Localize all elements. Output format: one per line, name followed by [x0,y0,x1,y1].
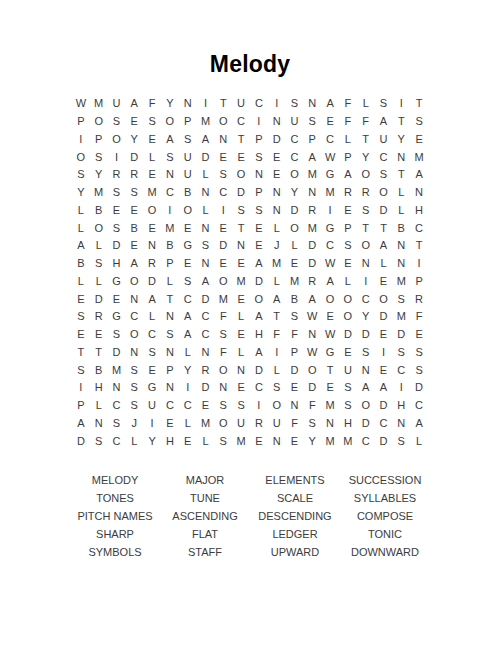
grid-cell-r7c12: N [268,202,286,220]
grid-cell-r19c3: S [108,415,126,433]
grid-cell-r9c9: D [214,237,232,255]
grid-cell-r9c7: G [179,237,197,255]
grid-cell-r14c16: D [339,326,357,344]
word-list-item: PITCH NAMES [70,507,160,525]
grid-cell-r4c2: S [90,148,108,166]
grid-cell-r19c2: N [90,415,108,433]
grid-cell-r7c17: S [357,202,375,220]
grid-cell-r6c1: Y [72,184,90,202]
grid-cell-r18c17: O [357,397,375,415]
grid-cell-r19c5: I [143,415,161,433]
grid-cell-r19c13: F [286,415,304,433]
grid-cell-r20c19: S [392,432,410,450]
word-list-item: SYMBOLS [70,543,160,561]
grid-cell-r11c10: M [232,273,250,291]
grid-cell-r15c13: P [286,344,304,362]
grid-cell-r9c13: L [286,237,304,255]
grid-cell-r18c7: C [179,397,197,415]
grid-cell-r1c7: N [179,95,197,113]
grid-cell-r17c20: D [410,379,428,397]
word-list-item: STAFF [160,543,250,561]
grid-cell-r16c9: O [214,361,232,379]
grid-cell-r15c1: T [72,344,90,362]
grid-cell-r11c3: G [108,273,126,291]
grid-cell-r16c6: P [161,361,179,379]
grid-cell-r3c7: S [179,131,197,149]
grid-cell-r10c19: N [392,255,410,273]
grid-cell-r11c5: D [143,273,161,291]
grid-cell-r12c17: C [357,290,375,308]
grid-cell-r8c7: E [179,219,197,237]
grid-cell-r19c1: A [72,415,90,433]
grid-cell-r11c15: A [321,273,339,291]
grid-cell-r6c11: P [250,184,268,202]
grid-cell-r9c1: A [72,237,90,255]
puzzle-title: Melody [0,51,500,78]
grid-cell-r7c1: L [72,202,90,220]
grid-cell-r16c18: E [375,361,393,379]
grid-cell-r14c13: F [286,326,304,344]
grid-cell-r13c6: N [161,308,179,326]
grid-cell-r12c13: B [286,290,304,308]
word-list-item: COMPOSE [340,507,430,525]
grid-cell-r12c16: O [339,290,357,308]
grid-cell-r20c4: L [125,432,143,450]
grid-cell-r1c8: I [197,95,215,113]
grid-cell-r4c14: A [303,148,321,166]
grid-cell-r17c3: N [108,379,126,397]
grid-cell-r6c15: M [321,184,339,202]
grid-cell-r3c12: D [268,131,286,149]
grid-cell-r15c8: N [197,344,215,362]
grid-cell-r5c11: N [250,166,268,184]
grid-cell-r8c14: M [303,219,321,237]
grid-cell-r5c1: S [72,166,90,184]
grid-cell-r19c11: R [250,415,268,433]
word-list-item: LEDGER [250,525,340,543]
grid-cell-r12c1: E [72,290,90,308]
grid-cell-r3c2: P [90,131,108,149]
grid-cell-r1c15: A [321,95,339,113]
grid-cell-r17c8: D [197,379,215,397]
grid-cell-r17c6: N [161,379,179,397]
grid-cell-r15c7: L [179,344,197,362]
grid-cell-r1c1: W [72,95,90,113]
grid-cell-r2c18: A [375,113,393,131]
grid-cell-r17c7: I [179,379,197,397]
grid-cell-r18c1: P [72,397,90,415]
grid-cell-r9c18: A [375,237,393,255]
grid-cell-r9c14: D [303,237,321,255]
grid-cell-r12c8: D [197,290,215,308]
grid-cell-r16c4: S [125,361,143,379]
grid-cell-r12c20: R [410,290,428,308]
grid-cell-r20c18: D [375,432,393,450]
grid-cell-r9c17: O [357,237,375,255]
grid-cell-r9c8: S [197,237,215,255]
grid-cell-r18c9: S [214,397,232,415]
word-list-item: UPWARD [250,543,340,561]
grid-cell-r14c3: S [108,326,126,344]
grid-cell-r13c18: D [375,308,393,326]
grid-cell-r7c8: L [197,202,215,220]
grid-cell-r12c10: E [232,290,250,308]
grid-cell-r20c3: C [108,432,126,450]
grid-cell-r8c4: B [125,219,143,237]
grid-cell-r9c2: L [90,237,108,255]
grid-cell-r13c5: L [143,308,161,326]
grid-cell-r18c6: C [161,397,179,415]
grid-cell-r7c3: E [108,202,126,220]
grid-cell-r20c14: Y [303,432,321,450]
grid-cell-r12c4: N [125,290,143,308]
grid-cell-r15c20: S [410,344,428,362]
grid-cell-r8c19: B [392,219,410,237]
grid-cell-r1c6: Y [161,95,179,113]
grid-cell-r1c18: S [375,95,393,113]
word-list-item: TONIC [340,525,430,543]
grid-cell-r13c13: S [286,308,304,326]
grid-cell-r14c15: W [321,326,339,344]
grid-cell-r18c8: E [197,397,215,415]
grid-cell-r17c2: H [90,379,108,397]
grid-cell-r4c9: E [214,148,232,166]
grid-cell-r11c2: L [90,273,108,291]
grid-cell-r18c16: S [339,397,357,415]
grid-cell-r4c10: E [232,148,250,166]
grid-cell-r13c10: L [232,308,250,326]
grid-cell-r14c1: E [72,326,90,344]
grid-cell-r2c7: P [179,113,197,131]
grid-cell-r4c19: N [392,148,410,166]
grid-cell-r13c14: W [303,308,321,326]
grid-cell-r10c2: S [90,255,108,273]
grid-cell-r3c13: C [286,131,304,149]
grid-cell-r7c9: I [214,202,232,220]
grid-cell-r7c10: S [232,202,250,220]
word-list-item: SUCCESSION [340,471,430,489]
grid-cell-r9c16: S [339,237,357,255]
grid-cell-r3c1: I [72,131,90,149]
grid-cell-r17c18: A [375,379,393,397]
grid-cell-r1c16: F [339,95,357,113]
grid-cell-r12c5: A [143,290,161,308]
grid-cell-r16c17: N [357,361,375,379]
grid-cell-r17c15: E [321,379,339,397]
grid-cell-r10c5: R [143,255,161,273]
grid-cell-r19c14: S [303,415,321,433]
grid-cell-r11c11: D [250,273,268,291]
grid-cell-r10c11: A [250,255,268,273]
grid-cell-r12c9: M [214,290,232,308]
grid-cell-r4c5: L [143,148,161,166]
grid-cell-r10c16: E [339,255,357,273]
grid-cell-r10c3: H [108,255,126,273]
grid-cell-r18c5: U [143,397,161,415]
grid-cell-r11c1: L [72,273,90,291]
grid-cell-r3c19: Y [392,131,410,149]
grid-cell-r6c13: Y [286,184,304,202]
grid-cell-r2c5: S [143,113,161,131]
grid-cell-r6c4: S [125,184,143,202]
grid-cell-r12c11: O [250,290,268,308]
grid-cell-r6c12: N [268,184,286,202]
grid-cell-r11c13: M [286,273,304,291]
grid-cell-r17c4: S [125,379,143,397]
grid-cell-r9c19: N [392,237,410,255]
grid-cell-r9c3: D [108,237,126,255]
grid-cell-r17c17: A [357,379,375,397]
word-list-item: SYLLABLES [340,489,430,507]
grid-cell-r1c17: L [357,95,375,113]
grid-cell-r4c18: C [375,148,393,166]
grid-cell-r13c12: T [268,308,286,326]
grid-cell-r10c4: A [125,255,143,273]
word-list-item: DESCENDING [250,507,340,525]
grid-cell-r7c2: B [90,202,108,220]
word-list-item: MELODY [70,471,160,489]
grid-cell-r17c14: D [303,379,321,397]
grid-cell-r17c9: N [214,379,232,397]
grid-cell-r17c19: I [392,379,410,397]
grid-cell-r5c9: S [214,166,232,184]
grid-cell-r6c6: C [161,184,179,202]
grid-cell-r2c9: O [214,113,232,131]
grid-cell-r16c3: M [108,361,126,379]
grid-cell-r2c10: C [232,113,250,131]
grid-cell-r7c6: I [161,202,179,220]
grid-cell-r6c16: R [339,184,357,202]
grid-cell-r10c18: L [375,255,393,273]
grid-cell-r8c16: P [339,219,357,237]
grid-cell-r15c4: N [125,344,143,362]
grid-cell-r9c20: T [410,237,428,255]
grid-cell-r13c1: S [72,308,90,326]
grid-cell-r2c8: M [197,113,215,131]
grid-cell-r13c17: Y [357,308,375,326]
grid-cell-r16c14: O [303,361,321,379]
grid-cell-r13c4: C [125,308,143,326]
grid-cell-r15c19: S [392,344,410,362]
grid-cell-r1c4: A [125,95,143,113]
grid-cell-r7c4: E [125,202,143,220]
grid-cell-r14c19: D [392,326,410,344]
word-list-item: ASCENDING [160,507,250,525]
grid-cell-r3c15: C [321,131,339,149]
grid-cell-r13c19: M [392,308,410,326]
grid-cell-r5c12: E [268,166,286,184]
grid-cell-r4c11: S [250,148,268,166]
grid-cell-r2c11: I [250,113,268,131]
grid-cell-r16c19: C [392,361,410,379]
grid-cell-r15c15: G [321,344,339,362]
grid-cell-r16c16: U [339,361,357,379]
grid-cell-r6c3: S [108,184,126,202]
word-list-item: SHARP [70,525,160,543]
grid-cell-r1c5: F [143,95,161,113]
grid-cell-r10c13: E [286,255,304,273]
grid-cell-r14c14: N [303,326,321,344]
grid-cell-r9c15: C [321,237,339,255]
grid-cell-r5c6: N [161,166,179,184]
grid-cell-r10c8: N [197,255,215,273]
grid-cell-r13c11: A [250,308,268,326]
grid-cell-r19c18: C [375,415,393,433]
grid-cell-r16c2: B [90,361,108,379]
grid-cell-r16c11: D [250,361,268,379]
grid-cell-r18c15: M [321,397,339,415]
grid-cell-r13c8: C [197,308,215,326]
word-list-item: DOWNWARD [340,543,430,561]
grid-cell-r16c20: S [410,361,428,379]
grid-cell-r13c7: A [179,308,197,326]
grid-cell-r6c8: N [197,184,215,202]
grid-cell-r19c7: L [179,415,197,433]
grid-cell-r13c3: G [108,308,126,326]
grid-cell-r17c10: E [232,379,250,397]
grid-cell-r3c9: N [214,131,232,149]
grid-cell-r14c8: C [197,326,215,344]
grid-cell-r10c10: E [232,255,250,273]
grid-cell-r19c17: D [357,415,375,433]
grid-cell-r18c14: F [303,397,321,415]
grid-cell-r5c7: U [179,166,197,184]
grid-cell-r14c10: E [232,326,250,344]
grid-cell-r14c6: S [161,326,179,344]
grid-cell-r3c5: E [143,131,161,149]
grid-cell-r8c6: M [161,219,179,237]
grid-cell-r20c20: L [410,432,428,450]
grid-cell-r7c14: R [303,202,321,220]
grid-cell-r6c10: D [232,184,250,202]
grid-cell-r19c12: U [268,415,286,433]
grid-cell-r5c2: Y [90,166,108,184]
grid-cell-r14c5: C [143,326,161,344]
grid-cell-r3c14: P [303,131,321,149]
grid-cell-r8c12: L [268,219,286,237]
grid-cell-r14c4: O [125,326,143,344]
grid-cell-r15c17: S [357,344,375,362]
grid-cell-r2c14: S [303,113,321,131]
grid-cell-r8c13: O [286,219,304,237]
grid-cell-r9c6: B [161,237,179,255]
grid-cell-r2c20: S [410,113,428,131]
grid-cell-r8c2: O [90,219,108,237]
grid-cell-r2c12: N [268,113,286,131]
grid-cell-r12c7: C [179,290,197,308]
grid-cell-r11c12: L [268,273,286,291]
grid-cell-r5c13: O [286,166,304,184]
grid-cell-r4c20: M [410,148,428,166]
grid-cell-r11c17: I [357,273,375,291]
grid-cell-r5c8: L [197,166,215,184]
grid-cell-r2c17: F [357,113,375,131]
grid-cell-r3c8: A [197,131,215,149]
grid-cell-r6c17: R [357,184,375,202]
grid-cell-r20c16: M [339,432,357,450]
grid-cell-r18c3: C [108,397,126,415]
grid-cell-r20c1: D [72,432,90,450]
grid-cell-r20c9: S [214,432,232,450]
grid-cell-r5c15: G [321,166,339,184]
grid-cell-r8c5: E [143,219,161,237]
grid-cell-r8c10: T [232,219,250,237]
grid-cell-r6c7: B [179,184,197,202]
grid-cell-r18c18: D [375,397,393,415]
grid-cell-r10c1: B [72,255,90,273]
grid-cell-r12c12: A [268,290,286,308]
grid-cell-r8c1: L [72,219,90,237]
grid-cell-r8c18: T [375,219,393,237]
word-search-grid: WMUAFYNITUCISNAFLSITPOSESOPMOCINUSEFFATS… [72,95,428,450]
grid-cell-r12c6: T [161,290,179,308]
grid-cell-r7c13: D [286,202,304,220]
grid-cell-r20c15: M [321,432,339,450]
grid-cell-r14c20: E [410,326,428,344]
grid-cell-r12c3: E [108,290,126,308]
grid-cell-r16c1: S [72,361,90,379]
grid-cell-r20c2: S [90,432,108,450]
grid-cell-r15c10: L [232,344,250,362]
grid-cell-r19c19: N [392,415,410,433]
grid-cell-r14c7: A [179,326,197,344]
grid-cell-r8c3: S [108,219,126,237]
grid-cell-r19c10: U [232,415,250,433]
grid-cell-r1c2: M [90,95,108,113]
grid-cell-r8c11: E [250,219,268,237]
grid-cell-r9c11: E [250,237,268,255]
grid-cell-r18c19: H [392,397,410,415]
grid-cell-r2c16: F [339,113,357,131]
grid-cell-r14c18: E [375,326,393,344]
grid-cell-r10c7: E [179,255,197,273]
grid-cell-r5c20: A [410,166,428,184]
grid-cell-r4c8: D [197,148,215,166]
grid-cell-r15c14: W [303,344,321,362]
grid-cell-r2c2: O [90,113,108,131]
grid-cell-r16c15: T [321,361,339,379]
grid-cell-r20c8: L [197,432,215,450]
grid-cell-r15c2: T [90,344,108,362]
grid-cell-r2c3: S [108,113,126,131]
grid-cell-r12c18: O [375,290,393,308]
grid-cell-r10c20: I [410,255,428,273]
grid-cell-r3c10: T [232,131,250,149]
grid-cell-r15c3: D [108,344,126,362]
word-list-item: SCALE [250,489,340,507]
grid-cell-r1c13: S [286,95,304,113]
grid-cell-r3c17: T [357,131,375,149]
grid-cell-r19c6: E [161,415,179,433]
grid-cell-r16c12: L [268,361,286,379]
grid-cell-r15c18: I [375,344,393,362]
grid-cell-r20c7: E [179,432,197,450]
grid-cell-r13c15: E [321,308,339,326]
grid-cell-r8c17: T [357,219,375,237]
grid-cell-r5c5: E [143,166,161,184]
grid-cell-r11c18: E [375,273,393,291]
grid-cell-r20c11: E [250,432,268,450]
grid-cell-r11c19: M [392,273,410,291]
grid-cell-r16c10: N [232,361,250,379]
grid-cell-r13c2: R [90,308,108,326]
grid-cell-r7c16: E [339,202,357,220]
grid-cell-r18c12: O [268,397,286,415]
grid-cell-r16c13: D [286,361,304,379]
grid-cell-r12c15: O [321,290,339,308]
word-search-page: { "game": "word-search", "title": "Melod… [0,0,500,647]
grid-cell-r20c6: H [161,432,179,450]
